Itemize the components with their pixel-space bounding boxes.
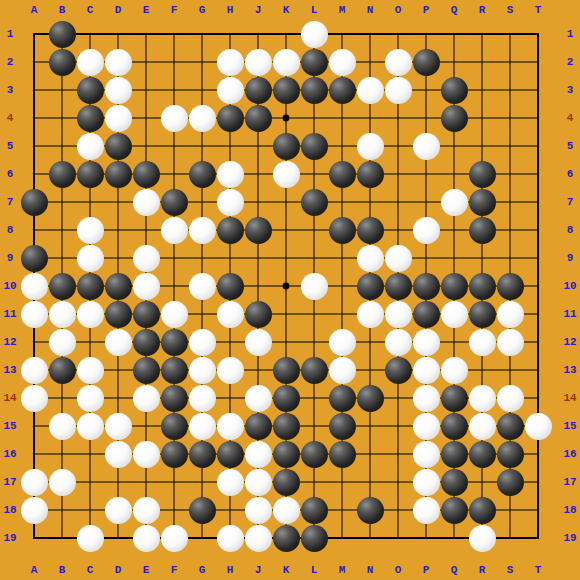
stone-black[interactable] bbox=[469, 161, 496, 188]
stone-white[interactable] bbox=[133, 497, 160, 524]
coord-label: 11 bbox=[0, 300, 20, 328]
stone-white[interactable] bbox=[189, 413, 216, 440]
coord-label: R bbox=[468, 0, 496, 20]
coord-label: G bbox=[188, 560, 216, 580]
coord-label: 11 bbox=[560, 300, 580, 328]
coord-label: J bbox=[244, 560, 272, 580]
stones-layer[interactable] bbox=[20, 20, 552, 552]
coord-label: K bbox=[272, 0, 300, 20]
stone-black[interactable] bbox=[385, 273, 412, 300]
stone-white[interactable] bbox=[161, 217, 188, 244]
stone-black[interactable] bbox=[21, 189, 48, 216]
stone-black[interactable] bbox=[329, 161, 356, 188]
stone-black[interactable] bbox=[273, 413, 300, 440]
stone-black[interactable] bbox=[441, 105, 468, 132]
stone-white[interactable] bbox=[105, 77, 132, 104]
stone-white[interactable] bbox=[441, 357, 468, 384]
coord-label: 9 bbox=[0, 244, 20, 272]
stone-white[interactable] bbox=[525, 413, 552, 440]
stone-black[interactable] bbox=[469, 217, 496, 244]
stone-white[interactable] bbox=[217, 49, 244, 76]
stone-white[interactable] bbox=[49, 413, 76, 440]
coord-label: 7 bbox=[0, 188, 20, 216]
stone-white[interactable] bbox=[77, 385, 104, 412]
stone-black[interactable] bbox=[273, 133, 300, 160]
stone-black[interactable] bbox=[105, 301, 132, 328]
stone-black[interactable] bbox=[273, 385, 300, 412]
stone-white[interactable] bbox=[133, 189, 160, 216]
stone-black[interactable] bbox=[469, 301, 496, 328]
coord-label: 18 bbox=[0, 496, 20, 524]
stone-white[interactable] bbox=[413, 497, 440, 524]
stone-black[interactable] bbox=[161, 385, 188, 412]
stone-white[interactable] bbox=[21, 497, 48, 524]
stone-white[interactable] bbox=[385, 329, 412, 356]
stone-white[interactable] bbox=[329, 357, 356, 384]
stone-white[interactable] bbox=[301, 21, 328, 48]
stone-white[interactable] bbox=[105, 413, 132, 440]
stone-white[interactable] bbox=[273, 497, 300, 524]
coord-label: 8 bbox=[560, 216, 580, 244]
coord-label: J bbox=[244, 0, 272, 20]
stone-white[interactable] bbox=[49, 469, 76, 496]
stone-black[interactable] bbox=[301, 189, 328, 216]
stone-black[interactable] bbox=[49, 49, 76, 76]
coord-label: 18 bbox=[560, 496, 580, 524]
stone-white[interactable] bbox=[133, 385, 160, 412]
coord-label: 10 bbox=[560, 272, 580, 300]
stone-white[interactable] bbox=[161, 105, 188, 132]
stone-white[interactable] bbox=[273, 161, 300, 188]
stone-black[interactable] bbox=[161, 329, 188, 356]
stone-white[interactable] bbox=[189, 105, 216, 132]
stone-black[interactable] bbox=[441, 77, 468, 104]
coord-label: 4 bbox=[0, 104, 20, 132]
go-board[interactable]: ABCDEFGHJKLMNOPQRST ABCDEFGHJKLMNOPQRST … bbox=[0, 0, 580, 580]
coord-label: 19 bbox=[0, 524, 20, 552]
coord-label: 2 bbox=[0, 48, 20, 76]
coord-label: T bbox=[524, 560, 552, 580]
stone-black[interactable] bbox=[161, 413, 188, 440]
stone-black[interactable] bbox=[469, 189, 496, 216]
coord-label: H bbox=[216, 560, 244, 580]
stone-black[interactable] bbox=[441, 469, 468, 496]
coord-label: M bbox=[328, 560, 356, 580]
stone-white[interactable] bbox=[441, 189, 468, 216]
coord-label: N bbox=[356, 0, 384, 20]
coord-label: F bbox=[160, 560, 188, 580]
stone-white[interactable] bbox=[77, 357, 104, 384]
stone-black[interactable] bbox=[413, 273, 440, 300]
coord-label: A bbox=[20, 0, 48, 20]
stone-white[interactable] bbox=[245, 49, 272, 76]
coord-label: 3 bbox=[0, 76, 20, 104]
stone-white[interactable] bbox=[133, 441, 160, 468]
coord-label: 2 bbox=[560, 48, 580, 76]
stone-white[interactable] bbox=[105, 441, 132, 468]
stone-black[interactable] bbox=[105, 273, 132, 300]
coord-label: Q bbox=[440, 560, 468, 580]
stone-black[interactable] bbox=[49, 273, 76, 300]
stone-black[interactable] bbox=[441, 273, 468, 300]
stone-black[interactable] bbox=[357, 273, 384, 300]
stone-white[interactable] bbox=[77, 217, 104, 244]
stone-black[interactable] bbox=[77, 105, 104, 132]
stone-black[interactable] bbox=[413, 49, 440, 76]
stone-black[interactable] bbox=[49, 357, 76, 384]
stone-black[interactable] bbox=[273, 77, 300, 104]
stone-white[interactable] bbox=[497, 385, 524, 412]
stone-black[interactable] bbox=[273, 469, 300, 496]
coord-label: 1 bbox=[0, 20, 20, 48]
coord-label: 14 bbox=[0, 384, 20, 412]
stone-white[interactable] bbox=[77, 133, 104, 160]
stone-black[interactable] bbox=[301, 133, 328, 160]
stone-black[interactable] bbox=[133, 301, 160, 328]
coord-label: G bbox=[188, 0, 216, 20]
stone-black[interactable] bbox=[441, 497, 468, 524]
stone-black[interactable] bbox=[301, 441, 328, 468]
stone-black[interactable] bbox=[133, 357, 160, 384]
stone-white[interactable] bbox=[77, 245, 104, 272]
coord-label: O bbox=[384, 560, 412, 580]
coord-label: 9 bbox=[560, 244, 580, 272]
coord-label: 17 bbox=[560, 468, 580, 496]
coord-label: 16 bbox=[0, 440, 20, 468]
coord-label: 19 bbox=[560, 524, 580, 552]
stone-white[interactable] bbox=[413, 133, 440, 160]
stone-white[interactable] bbox=[217, 469, 244, 496]
coord-label: 5 bbox=[0, 132, 20, 160]
stone-white[interactable] bbox=[21, 469, 48, 496]
coord-label: E bbox=[132, 560, 160, 580]
stone-white[interactable] bbox=[357, 77, 384, 104]
coord-label: 13 bbox=[560, 356, 580, 384]
stone-white[interactable] bbox=[413, 413, 440, 440]
stone-white[interactable] bbox=[469, 525, 496, 552]
coord-label: 7 bbox=[560, 188, 580, 216]
stone-black[interactable] bbox=[497, 469, 524, 496]
stone-white[interactable] bbox=[161, 525, 188, 552]
stone-black[interactable] bbox=[245, 77, 272, 104]
coord-label: P bbox=[412, 0, 440, 20]
coord-label: K bbox=[272, 560, 300, 580]
stone-white[interactable] bbox=[21, 301, 48, 328]
stone-white[interactable] bbox=[217, 189, 244, 216]
coord-label: B bbox=[48, 560, 76, 580]
stone-white[interactable] bbox=[77, 301, 104, 328]
stone-black[interactable] bbox=[245, 301, 272, 328]
stone-white[interactable] bbox=[413, 217, 440, 244]
stone-white[interactable] bbox=[497, 301, 524, 328]
stone-black[interactable] bbox=[21, 245, 48, 272]
stone-white[interactable] bbox=[217, 301, 244, 328]
stone-white[interactable] bbox=[77, 413, 104, 440]
coord-label: N bbox=[356, 560, 384, 580]
stone-white[interactable] bbox=[469, 413, 496, 440]
coord-label: H bbox=[216, 0, 244, 20]
stone-white[interactable] bbox=[77, 525, 104, 552]
stone-white[interactable] bbox=[245, 385, 272, 412]
stone-black[interactable] bbox=[245, 105, 272, 132]
stone-white[interactable] bbox=[469, 329, 496, 356]
coord-label: 6 bbox=[0, 160, 20, 188]
stone-black[interactable] bbox=[441, 441, 468, 468]
stone-white[interactable] bbox=[105, 49, 132, 76]
coord-label: A bbox=[20, 560, 48, 580]
stone-black[interactable] bbox=[133, 161, 160, 188]
stone-black[interactable] bbox=[189, 497, 216, 524]
stone-white[interactable] bbox=[385, 245, 412, 272]
stone-white[interactable] bbox=[441, 301, 468, 328]
coord-label: E bbox=[132, 0, 160, 20]
stone-black[interactable] bbox=[161, 441, 188, 468]
coord-label: 17 bbox=[0, 468, 20, 496]
coord-label: 16 bbox=[560, 440, 580, 468]
stone-black[interactable] bbox=[273, 357, 300, 384]
stone-black[interactable] bbox=[469, 441, 496, 468]
stone-black[interactable] bbox=[357, 217, 384, 244]
stone-black[interactable] bbox=[469, 497, 496, 524]
stone-white[interactable] bbox=[189, 217, 216, 244]
coord-label: L bbox=[300, 0, 328, 20]
stone-black[interactable] bbox=[497, 441, 524, 468]
stone-white[interactable] bbox=[49, 329, 76, 356]
stone-white[interactable] bbox=[133, 273, 160, 300]
coord-label: C bbox=[76, 0, 104, 20]
stone-black[interactable] bbox=[357, 385, 384, 412]
stone-white[interactable] bbox=[413, 329, 440, 356]
coord-label: 3 bbox=[560, 76, 580, 104]
coord-label: 1 bbox=[560, 20, 580, 48]
stone-white[interactable] bbox=[21, 357, 48, 384]
stone-white[interactable] bbox=[133, 525, 160, 552]
stone-white[interactable] bbox=[245, 441, 272, 468]
stone-white[interactable] bbox=[105, 497, 132, 524]
stone-black[interactable] bbox=[273, 441, 300, 468]
stone-black[interactable] bbox=[357, 497, 384, 524]
coord-label: D bbox=[104, 0, 132, 20]
board-grid-area[interactable] bbox=[20, 20, 552, 552]
stone-white[interactable] bbox=[497, 329, 524, 356]
stone-black[interactable] bbox=[217, 441, 244, 468]
stone-white[interactable] bbox=[189, 385, 216, 412]
coord-label: O bbox=[384, 0, 412, 20]
coord-label: D bbox=[104, 560, 132, 580]
coord-label: S bbox=[496, 560, 524, 580]
coord-label: 15 bbox=[560, 412, 580, 440]
stone-white[interactable] bbox=[217, 413, 244, 440]
column-labels-top: ABCDEFGHJKLMNOPQRST bbox=[20, 0, 552, 20]
coord-label: 6 bbox=[560, 160, 580, 188]
stone-black[interactable] bbox=[301, 49, 328, 76]
coord-label: P bbox=[412, 560, 440, 580]
stone-white[interactable] bbox=[245, 525, 272, 552]
stone-white[interactable] bbox=[385, 301, 412, 328]
stone-white[interactable] bbox=[385, 49, 412, 76]
stone-white[interactable] bbox=[413, 357, 440, 384]
coord-label: 10 bbox=[0, 272, 20, 300]
stone-black[interactable] bbox=[245, 217, 272, 244]
stone-black[interactable] bbox=[357, 161, 384, 188]
stone-black[interactable] bbox=[301, 525, 328, 552]
stone-white[interactable] bbox=[189, 273, 216, 300]
stone-white[interactable] bbox=[217, 525, 244, 552]
stone-black[interactable] bbox=[329, 413, 356, 440]
stone-black[interactable] bbox=[105, 161, 132, 188]
stone-black[interactable] bbox=[49, 21, 76, 48]
stone-black[interactable] bbox=[245, 413, 272, 440]
coord-label: 14 bbox=[560, 384, 580, 412]
stone-white[interactable] bbox=[217, 77, 244, 104]
stone-white[interactable] bbox=[413, 441, 440, 468]
coord-label: S bbox=[496, 0, 524, 20]
coord-label: T bbox=[524, 0, 552, 20]
coord-label: 12 bbox=[560, 328, 580, 356]
stone-white[interactable] bbox=[21, 385, 48, 412]
stone-white[interactable] bbox=[189, 357, 216, 384]
stone-white[interactable] bbox=[469, 385, 496, 412]
stone-white[interactable] bbox=[329, 329, 356, 356]
stone-black[interactable] bbox=[77, 273, 104, 300]
stone-black[interactable] bbox=[329, 385, 356, 412]
stone-white[interactable] bbox=[77, 49, 104, 76]
stone-white[interactable] bbox=[189, 329, 216, 356]
stone-black[interactable] bbox=[329, 441, 356, 468]
stone-black[interactable] bbox=[217, 217, 244, 244]
stone-black[interactable] bbox=[301, 77, 328, 104]
stone-black[interactable] bbox=[189, 161, 216, 188]
coord-label: F bbox=[160, 0, 188, 20]
stone-black[interactable] bbox=[301, 357, 328, 384]
stone-black[interactable] bbox=[77, 161, 104, 188]
stone-white[interactable] bbox=[273, 49, 300, 76]
stone-white[interactable] bbox=[413, 385, 440, 412]
stone-black[interactable] bbox=[301, 497, 328, 524]
stone-white[interactable] bbox=[329, 49, 356, 76]
stone-black[interactable] bbox=[49, 161, 76, 188]
stone-white[interactable] bbox=[105, 329, 132, 356]
stone-white[interactable] bbox=[105, 105, 132, 132]
stone-white[interactable] bbox=[21, 273, 48, 300]
stone-black[interactable] bbox=[161, 189, 188, 216]
stone-white[interactable] bbox=[217, 161, 244, 188]
coord-label: R bbox=[468, 560, 496, 580]
stone-black[interactable] bbox=[497, 413, 524, 440]
stone-white[interactable] bbox=[357, 301, 384, 328]
stone-white[interactable] bbox=[245, 497, 272, 524]
stone-black[interactable] bbox=[441, 413, 468, 440]
stone-black[interactable] bbox=[329, 77, 356, 104]
coord-label: 5 bbox=[560, 132, 580, 160]
coord-label: M bbox=[328, 0, 356, 20]
coord-label: Q bbox=[440, 0, 468, 20]
stone-black[interactable] bbox=[217, 105, 244, 132]
coord-label: B bbox=[48, 0, 76, 20]
coord-label: 8 bbox=[0, 216, 20, 244]
stone-black[interactable] bbox=[441, 385, 468, 412]
coord-label: C bbox=[76, 560, 104, 580]
stone-black[interactable] bbox=[105, 133, 132, 160]
coord-label: 12 bbox=[0, 328, 20, 356]
stone-white[interactable] bbox=[161, 301, 188, 328]
stone-white[interactable] bbox=[245, 329, 272, 356]
stone-black[interactable] bbox=[385, 357, 412, 384]
stone-white[interactable] bbox=[357, 133, 384, 160]
stone-black[interactable] bbox=[413, 301, 440, 328]
stone-white[interactable] bbox=[217, 357, 244, 384]
row-labels-right: 12345678910111213141516171819 bbox=[560, 20, 580, 552]
stone-black[interactable] bbox=[189, 441, 216, 468]
stone-white[interactable] bbox=[413, 469, 440, 496]
stone-black[interactable] bbox=[469, 273, 496, 300]
coord-label: 4 bbox=[560, 104, 580, 132]
stone-white[interactable] bbox=[49, 301, 76, 328]
stone-black[interactable] bbox=[217, 273, 244, 300]
stone-black[interactable] bbox=[161, 357, 188, 384]
stone-black[interactable] bbox=[497, 273, 524, 300]
stone-white[interactable] bbox=[357, 245, 384, 272]
stone-white[interactable] bbox=[245, 469, 272, 496]
stone-white[interactable] bbox=[301, 273, 328, 300]
stone-black[interactable] bbox=[329, 217, 356, 244]
coord-label: 13 bbox=[0, 356, 20, 384]
stone-white[interactable] bbox=[133, 245, 160, 272]
coord-label: L bbox=[300, 560, 328, 580]
column-labels-bottom: ABCDEFGHJKLMNOPQRST bbox=[20, 560, 552, 580]
stone-black[interactable] bbox=[273, 525, 300, 552]
stone-black[interactable] bbox=[77, 77, 104, 104]
stone-black[interactable] bbox=[133, 329, 160, 356]
row-labels-left: 12345678910111213141516171819 bbox=[0, 20, 20, 552]
coord-label: 15 bbox=[0, 412, 20, 440]
stone-white[interactable] bbox=[385, 77, 412, 104]
